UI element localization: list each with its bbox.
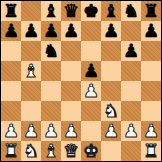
square-h1[interactable]: ♜ bbox=[141, 141, 161, 161]
square-c5[interactable] bbox=[41, 61, 61, 81]
piece-black-knight: ♞ bbox=[43, 41, 59, 61]
piece-white-knight: ♞ bbox=[103, 101, 119, 121]
piece-black-knight: ♞ bbox=[123, 1, 139, 21]
square-g8[interactable]: ♞ bbox=[121, 1, 141, 21]
square-h3[interactable] bbox=[141, 101, 161, 121]
piece-white-king: ♚ bbox=[83, 141, 99, 161]
square-e7[interactable] bbox=[81, 21, 101, 41]
square-d8[interactable]: ♛ bbox=[61, 1, 81, 21]
square-f8[interactable]: ♝ bbox=[101, 1, 121, 21]
square-g6[interactable]: ♟ bbox=[121, 41, 141, 61]
piece-black-pawn: ♟ bbox=[83, 61, 99, 81]
square-a7[interactable]: ♟ bbox=[1, 21, 21, 41]
square-f5[interactable] bbox=[101, 61, 121, 81]
square-e3[interactable] bbox=[81, 101, 101, 121]
square-a6[interactable] bbox=[1, 41, 21, 61]
square-d5[interactable] bbox=[61, 61, 81, 81]
square-f1[interactable] bbox=[101, 141, 121, 161]
piece-black-pawn: ♟ bbox=[3, 21, 19, 41]
square-h5[interactable] bbox=[141, 61, 161, 81]
square-h7[interactable]: ♟ bbox=[141, 21, 161, 41]
piece-black-rook: ♜ bbox=[143, 1, 159, 21]
square-g2[interactable]: ♟ bbox=[121, 121, 141, 141]
square-b8[interactable] bbox=[21, 1, 41, 21]
square-h8[interactable]: ♜ bbox=[141, 1, 161, 21]
square-c4[interactable] bbox=[41, 81, 61, 101]
square-c6[interactable]: ♞ bbox=[41, 41, 61, 61]
square-e1[interactable]: ♚ bbox=[81, 141, 101, 161]
square-d1[interactable]: ♛ bbox=[61, 141, 81, 161]
chess-board: ♜♝♛♚♝♞♜♟♟♟♟♟♟♞♟♝♟♟♞♟♟♟♟♟♟♟♜♞♝♛♚♜ bbox=[1, 1, 161, 161]
square-a3[interactable] bbox=[1, 101, 21, 121]
piece-white-rook: ♜ bbox=[3, 141, 19, 161]
square-g1[interactable] bbox=[121, 141, 141, 161]
square-b2[interactable]: ♟ bbox=[21, 121, 41, 141]
square-c8[interactable]: ♝ bbox=[41, 1, 61, 21]
piece-black-king: ♚ bbox=[83, 1, 99, 21]
piece-black-pawn: ♟ bbox=[123, 41, 139, 61]
square-f3[interactable]: ♞ bbox=[101, 101, 121, 121]
piece-black-pawn: ♟ bbox=[103, 21, 119, 41]
piece-black-bishop: ♝ bbox=[103, 1, 119, 21]
square-h4[interactable] bbox=[141, 81, 161, 101]
square-f6[interactable] bbox=[101, 41, 121, 61]
square-f2[interactable]: ♟ bbox=[101, 121, 121, 141]
square-d4[interactable] bbox=[61, 81, 81, 101]
square-b5[interactable]: ♝ bbox=[21, 61, 41, 81]
piece-black-pawn: ♟ bbox=[43, 21, 59, 41]
square-f4[interactable] bbox=[101, 81, 121, 101]
square-a2[interactable]: ♟ bbox=[1, 121, 21, 141]
square-b3[interactable] bbox=[21, 101, 41, 121]
chess-board-frame: ♜♝♛♚♝♞♜♟♟♟♟♟♟♞♟♝♟♟♞♟♟♟♟♟♟♟♜♞♝♛♚♜ bbox=[0, 0, 162, 162]
square-e5[interactable]: ♟ bbox=[81, 61, 101, 81]
square-c1[interactable]: ♝ bbox=[41, 141, 61, 161]
piece-white-bishop: ♝ bbox=[43, 141, 59, 161]
piece-white-pawn: ♟ bbox=[63, 121, 79, 141]
square-d3[interactable] bbox=[61, 101, 81, 121]
square-e4[interactable]: ♟ bbox=[81, 81, 101, 101]
piece-black-queen: ♛ bbox=[63, 1, 79, 21]
piece-white-queen: ♛ bbox=[63, 141, 79, 161]
piece-black-pawn: ♟ bbox=[63, 21, 79, 41]
square-b4[interactable] bbox=[21, 81, 41, 101]
piece-white-pawn: ♟ bbox=[143, 121, 159, 141]
square-b7[interactable]: ♟ bbox=[21, 21, 41, 41]
piece-white-pawn: ♟ bbox=[43, 121, 59, 141]
square-c7[interactable]: ♟ bbox=[41, 21, 61, 41]
square-b1[interactable]: ♞ bbox=[21, 141, 41, 161]
piece-white-pawn: ♟ bbox=[83, 81, 99, 101]
square-g5[interactable] bbox=[121, 61, 141, 81]
square-a5[interactable] bbox=[1, 61, 21, 81]
square-d7[interactable]: ♟ bbox=[61, 21, 81, 41]
square-a1[interactable]: ♜ bbox=[1, 141, 21, 161]
piece-white-pawn: ♟ bbox=[3, 121, 19, 141]
piece-white-pawn: ♟ bbox=[103, 121, 119, 141]
square-g7[interactable] bbox=[121, 21, 141, 41]
square-a4[interactable] bbox=[1, 81, 21, 101]
square-a8[interactable]: ♜ bbox=[1, 1, 21, 21]
piece-white-rook: ♜ bbox=[143, 141, 159, 161]
piece-white-bishop: ♝ bbox=[23, 61, 39, 81]
piece-black-pawn: ♟ bbox=[143, 21, 159, 41]
square-d2[interactable]: ♟ bbox=[61, 121, 81, 141]
square-b6[interactable] bbox=[21, 41, 41, 61]
piece-black-bishop: ♝ bbox=[43, 1, 59, 21]
piece-white-pawn: ♟ bbox=[123, 121, 139, 141]
square-e2[interactable] bbox=[81, 121, 101, 141]
piece-black-rook: ♜ bbox=[3, 1, 19, 21]
square-g4[interactable] bbox=[121, 81, 141, 101]
square-e8[interactable]: ♚ bbox=[81, 1, 101, 21]
square-e6[interactable] bbox=[81, 41, 101, 61]
piece-white-knight: ♞ bbox=[23, 141, 39, 161]
square-f7[interactable]: ♟ bbox=[101, 21, 121, 41]
square-g3[interactable] bbox=[121, 101, 141, 121]
square-h6[interactable] bbox=[141, 41, 161, 61]
square-c2[interactable]: ♟ bbox=[41, 121, 61, 141]
piece-white-pawn: ♟ bbox=[23, 121, 39, 141]
square-d6[interactable] bbox=[61, 41, 81, 61]
square-c3[interactable] bbox=[41, 101, 61, 121]
square-h2[interactable]: ♟ bbox=[141, 121, 161, 141]
piece-black-pawn: ♟ bbox=[23, 21, 39, 41]
